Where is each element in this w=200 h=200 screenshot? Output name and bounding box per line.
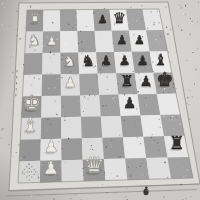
margin-print-mark (16, 76, 17, 78)
margin-print-mark (16, 88, 17, 90)
square-b5[interactable] (95, 31, 114, 53)
piece-black-pawn-b7[interactable]: ♟ (134, 33, 145, 47)
square-g7[interactable] (143, 136, 167, 158)
square-g6[interactable] (123, 137, 146, 159)
square-d2[interactable] (42, 74, 61, 96)
piece-black-pawn-e6[interactable]: ♟ (123, 94, 136, 112)
chessboard: ♛♟♜♟♟♟♞♝♟♟♟♞♞♚♟♜♟♟♚♝♜♟♛♟ (0, 0, 200, 200)
piece-black-pawn-b6[interactable]: ♟ (116, 33, 127, 47)
piece-black-pawn-c6[interactable]: ♟ (119, 53, 131, 68)
corner-stamp-dot (35, 171, 36, 172)
square-b3[interactable] (60, 31, 78, 53)
square-g3[interactable] (61, 138, 82, 160)
square-a3[interactable] (60, 10, 77, 32)
square-e7[interactable] (138, 94, 161, 116)
square-e2[interactable] (41, 96, 61, 118)
offboard-captured-piece (143, 189, 148, 195)
corner-stamp-dot (31, 166, 32, 167)
margin-print-mark (17, 70, 18, 72)
corner-stamp-dot (31, 176, 32, 177)
square-f7[interactable] (141, 115, 165, 137)
square-d4[interactable] (79, 74, 99, 96)
piece-white-pawn-h2[interactable]: ♟ (43, 158, 59, 178)
square-h7[interactable] (146, 157, 171, 179)
corner-stamp-dot (34, 169, 35, 170)
piece-white-pawn-d3[interactable]: ♟ (64, 74, 77, 90)
piece-black-king-d8[interactable]: ♚ (156, 68, 174, 91)
corner-stamp-dot (26, 166, 27, 167)
square-f4[interactable] (81, 116, 102, 138)
piece-black-rook-d6[interactable]: ♜ (120, 72, 133, 90)
square-a4[interactable] (77, 10, 95, 32)
square-g1[interactable] (19, 139, 41, 161)
piece-white-knight-b1[interactable]: ♞ (28, 32, 41, 48)
square-g5[interactable] (102, 137, 125, 159)
margin-print-mark (30, 5, 31, 7)
corner-stamp-dot (29, 175, 30, 176)
piece-black-pawn-a5[interactable]: ♟ (97, 13, 107, 26)
square-d5[interactable] (98, 73, 119, 95)
piece-white-pawn-g2[interactable]: ♟ (43, 136, 58, 156)
corner-stamp-dot (29, 171, 30, 172)
piece-black-queen-a6[interactable]: ♛ (113, 9, 126, 26)
piece-black-rook-g8[interactable]: ♜ (169, 132, 185, 153)
corner-stamp-dot (29, 168, 30, 169)
chessboard-photo-scene: ♛♟♜♟♟♟♞♝♟♟♟♞♞♚♟♜♟♟♚♝♜♟♛♟ (0, 0, 200, 200)
square-e5[interactable] (99, 95, 120, 117)
piece-white-pawn-b2[interactable]: ♟ (46, 34, 57, 48)
offboard-captured-piece-top (145, 187, 148, 190)
square-b4[interactable] (77, 31, 96, 53)
corner-stamp-dot (22, 171, 23, 172)
corner-stamp-dot (24, 174, 25, 175)
piece-black-knight-c4[interactable]: ♞ (81, 52, 95, 70)
piece-white-rook-a1[interactable]: ♜ (29, 12, 40, 26)
square-e3[interactable] (61, 95, 81, 117)
piece-white-knight-c3[interactable]: ♞ (63, 52, 77, 70)
square-e4[interactable] (80, 95, 101, 117)
corner-stamp-dot (31, 171, 32, 172)
corner-stamp-dot (24, 169, 25, 170)
corner-stamp-dot (29, 179, 30, 180)
square-h5[interactable] (104, 159, 128, 181)
piece-white-king-e1[interactable]: ♚ (22, 91, 41, 115)
corner-stamp-dot (26, 171, 27, 172)
square-f6[interactable] (121, 116, 144, 138)
square-c1[interactable] (24, 53, 43, 75)
square-h3[interactable] (62, 160, 84, 182)
square-a2[interactable] (43, 10, 60, 32)
piece-black-pawn-c5[interactable]: ♟ (100, 53, 112, 68)
piece-black-pawn-c7[interactable]: ♟ (137, 53, 149, 68)
piece-white-bishop-f1[interactable]: ♝ (22, 113, 39, 135)
square-c2[interactable] (42, 53, 61, 75)
corner-stamp-dot (34, 174, 35, 175)
margin-print-mark (16, 82, 17, 84)
piece-white-queen-h4[interactable]: ♛ (84, 151, 105, 178)
square-h6[interactable] (125, 158, 149, 180)
margin-print-mark (15, 94, 16, 96)
corner-stamp-dot (26, 176, 27, 177)
